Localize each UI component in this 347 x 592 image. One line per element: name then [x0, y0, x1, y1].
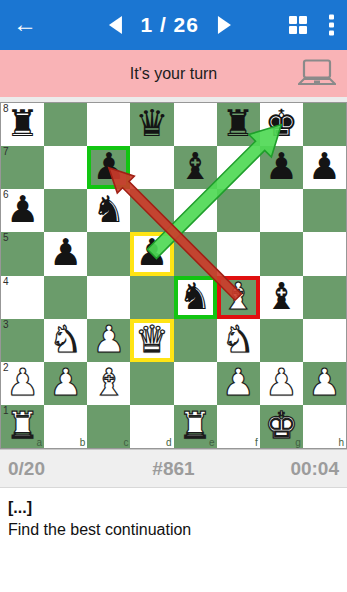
- white-pawn-a2[interactable]: ♟: [6, 364, 39, 401]
- white-bishop-f4[interactable]: ♝: [222, 278, 255, 315]
- overflow-menu-icon[interactable]: [329, 15, 334, 36]
- square-f1[interactable]: f: [217, 405, 260, 448]
- white-pawn-g2[interactable]: ♟: [265, 364, 298, 401]
- square-b2[interactable]: ♟: [44, 362, 87, 405]
- black-knight-e4[interactable]: ♞: [178, 278, 211, 315]
- task-panel: [...] Find the best continuation: [0, 488, 347, 550]
- square-h7[interactable]: ♟: [303, 146, 346, 189]
- square-h4[interactable]: [303, 276, 346, 319]
- square-g5[interactable]: [260, 232, 303, 275]
- dot: [329, 31, 334, 36]
- puzzle-counter: 1 / 26: [140, 13, 199, 37]
- rank-label-1: 1: [3, 405, 9, 416]
- square-d6[interactable]: [130, 189, 173, 232]
- file-label-e: e: [209, 437, 215, 448]
- file-label-c: c: [123, 437, 128, 448]
- square-f8[interactable]: ♜: [217, 103, 260, 146]
- square-a4[interactable]: 4: [1, 276, 44, 319]
- white-rook-e1[interactable]: ♜: [178, 407, 211, 444]
- square-h2[interactable]: ♟: [303, 362, 346, 405]
- square-a1[interactable]: ♜1a: [1, 405, 44, 448]
- rank-label-6: 6: [3, 189, 9, 200]
- chevron-left-icon[interactable]: [106, 14, 123, 36]
- square-g2[interactable]: ♟: [260, 362, 303, 405]
- black-pawn-h7[interactable]: ♟: [308, 148, 341, 185]
- square-g1[interactable]: ♚g: [260, 405, 303, 448]
- square-f7[interactable]: [217, 146, 260, 189]
- square-g3[interactable]: [260, 319, 303, 362]
- square-e7[interactable]: ♝: [174, 146, 217, 189]
- puzzle-navigation: 1 / 26: [106, 13, 233, 37]
- square-c2[interactable]: ♝: [87, 362, 130, 405]
- rank-label-2: 2: [3, 362, 9, 373]
- square-f4[interactable]: ♝: [217, 276, 260, 319]
- white-queen-d3[interactable]: ♛: [135, 321, 168, 358]
- square-g7[interactable]: ♟: [260, 146, 303, 189]
- black-bishop-e7[interactable]: ♝: [178, 148, 211, 185]
- square-e1[interactable]: ♜e: [174, 405, 217, 448]
- black-rook-a8[interactable]: ♜: [6, 105, 39, 142]
- back-icon[interactable]: ←: [13, 12, 37, 36]
- grid-square: [299, 26, 307, 34]
- white-pawn-h2[interactable]: ♟: [308, 364, 341, 401]
- square-h5[interactable]: [303, 232, 346, 275]
- square-d7[interactable]: [130, 146, 173, 189]
- square-e2[interactable]: [174, 362, 217, 405]
- grid-square: [299, 16, 307, 24]
- black-king-g8[interactable]: ♚: [265, 105, 298, 142]
- square-d5[interactable]: ♟: [130, 232, 173, 275]
- square-h3[interactable]: [303, 319, 346, 362]
- square-b8[interactable]: [44, 103, 87, 146]
- square-f6[interactable]: [217, 189, 260, 232]
- square-f5[interactable]: [217, 232, 260, 275]
- app-bar: ← 1 / 26: [0, 0, 347, 50]
- square-d2[interactable]: [130, 362, 173, 405]
- white-bishop-c2[interactable]: ♝: [92, 364, 125, 401]
- turn-banner-text: It's your turn: [130, 65, 218, 83]
- square-b4[interactable]: [44, 276, 87, 319]
- square-c7[interactable]: ♟: [87, 146, 130, 189]
- square-h6[interactable]: [303, 189, 346, 232]
- square-a6[interactable]: ♟6: [1, 189, 44, 232]
- move-list: [...]: [8, 497, 339, 519]
- app-screen: ← 1 / 26 It's your turn: [0, 0, 347, 592]
- score-counter: 0/20: [8, 458, 45, 480]
- chess-board[interactable]: ♜8♛♜♚7♟♝♟♟♟6♞5♟♟4♞♝♝3♞♟♛♞♟2♟♝♟♟♟♜1abcd♜e…: [0, 102, 347, 449]
- black-pawn-b5[interactable]: ♟: [49, 234, 82, 271]
- square-f2[interactable]: ♟: [217, 362, 260, 405]
- square-d8[interactable]: ♛: [130, 103, 173, 146]
- grid-square: [289, 26, 297, 34]
- white-pawn-c3[interactable]: ♟: [92, 321, 125, 358]
- square-c5[interactable]: [87, 232, 130, 275]
- square-d4[interactable]: [130, 276, 173, 319]
- square-b1[interactable]: b: [44, 405, 87, 448]
- square-a2[interactable]: ♟2: [1, 362, 44, 405]
- square-a8[interactable]: ♜8: [1, 103, 44, 146]
- puzzle-id: #861: [152, 458, 194, 480]
- square-c6[interactable]: ♞: [87, 189, 130, 232]
- square-h8[interactable]: [303, 103, 346, 146]
- black-rook-f8[interactable]: ♜: [222, 105, 255, 142]
- white-king-g1[interactable]: ♚: [265, 407, 298, 444]
- grid-view-icon[interactable]: [289, 16, 307, 34]
- file-label-h: h: [338, 437, 344, 448]
- square-d1[interactable]: d: [130, 405, 173, 448]
- rank-label-5: 5: [3, 232, 9, 243]
- white-pawn-b2[interactable]: ♟: [49, 364, 82, 401]
- square-a3[interactable]: 3: [1, 319, 44, 362]
- file-label-g: g: [295, 437, 301, 448]
- square-h1[interactable]: h: [303, 405, 346, 448]
- square-a5[interactable]: 5: [1, 232, 44, 275]
- square-d3[interactable]: ♛: [130, 319, 173, 362]
- square-c4[interactable]: [87, 276, 130, 319]
- black-pawn-c7[interactable]: ♟: [92, 148, 125, 185]
- square-b5[interactable]: ♟: [44, 232, 87, 275]
- file-label-d: d: [166, 437, 172, 448]
- board-area: ♜8♛♜♚7♟♝♟♟♟6♞5♟♟4♞♝♝3♞♟♛♞♟2♟♝♟♟♟♜1abcd♜e…: [0, 97, 347, 449]
- rank-label-4: 4: [3, 276, 9, 287]
- square-c1[interactable]: c: [87, 405, 130, 448]
- square-g4[interactable]: ♝: [260, 276, 303, 319]
- square-e8[interactable]: [174, 103, 217, 146]
- square-e3[interactable]: [174, 319, 217, 362]
- file-label-b: b: [80, 437, 86, 448]
- square-a7[interactable]: 7: [1, 146, 44, 189]
- square-e5[interactable]: [174, 232, 217, 275]
- dot: [329, 15, 334, 20]
- rank-label-8: 8: [3, 103, 9, 114]
- white-rook-a1[interactable]: ♜: [6, 407, 39, 444]
- square-c3[interactable]: ♟: [87, 319, 130, 362]
- square-g8[interactable]: ♚: [260, 103, 303, 146]
- stats-bar: 0/20 #861 00:04: [0, 449, 347, 488]
- square-e6[interactable]: [174, 189, 217, 232]
- black-pawn-g7[interactable]: ♟: [265, 148, 298, 185]
- chevron-right-icon[interactable]: [216, 14, 233, 36]
- rank-label-7: 7: [3, 146, 9, 157]
- white-pawn-f2[interactable]: ♟: [222, 364, 255, 401]
- rank-label-3: 3: [3, 319, 9, 330]
- task-instruction: Find the best continuation: [8, 519, 339, 541]
- square-c8[interactable]: [87, 103, 130, 146]
- file-label-a: a: [37, 437, 43, 448]
- black-queen-d8[interactable]: ♛: [135, 105, 168, 142]
- timer: 00:04: [290, 458, 339, 480]
- white-knight-f3[interactable]: ♞: [222, 321, 255, 358]
- black-knight-c6[interactable]: ♞: [92, 191, 125, 228]
- square-b7[interactable]: [44, 146, 87, 189]
- black-pawn-a6[interactable]: ♟: [6, 191, 39, 228]
- black-pawn-d5[interactable]: ♟: [135, 234, 168, 271]
- black-bishop-g4[interactable]: ♝: [265, 278, 298, 315]
- file-label-f: f: [255, 437, 258, 448]
- square-b3[interactable]: ♞: [44, 319, 87, 362]
- square-b6[interactable]: [44, 189, 87, 232]
- square-g6[interactable]: [260, 189, 303, 232]
- computer-icon[interactable]: [298, 59, 336, 87]
- grid-square: [289, 16, 297, 24]
- square-f3[interactable]: ♞: [217, 319, 260, 362]
- white-knight-b3[interactable]: ♞: [49, 321, 82, 358]
- square-e4[interactable]: ♞: [174, 276, 217, 319]
- turn-banner: It's your turn: [0, 50, 347, 97]
- dot: [329, 23, 334, 28]
